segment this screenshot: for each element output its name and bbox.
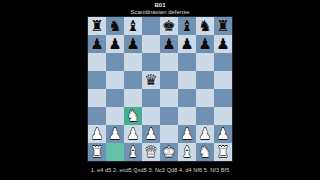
square-c3[interactable]: ♞: [124, 107, 142, 125]
square-f7[interactable]: ♟: [178, 35, 196, 53]
square-f3[interactable]: [178, 107, 196, 125]
piece-black-pawn: ♟: [108, 35, 121, 53]
square-a4[interactable]: [88, 89, 106, 107]
square-f8[interactable]: ♝: [178, 17, 196, 35]
square-a6[interactable]: [88, 53, 106, 71]
piece-black-knight: ♞: [108, 17, 121, 35]
square-c1[interactable]: ♝: [124, 143, 142, 161]
square-a8[interactable]: ♜: [88, 17, 106, 35]
piece-black-pawn: ♟: [216, 35, 229, 53]
square-f1[interactable]: ♝: [178, 143, 196, 161]
square-e5[interactable]: [160, 71, 178, 89]
square-f5[interactable]: [178, 71, 196, 89]
piece-black-rook: ♜: [90, 17, 103, 35]
chess-board[interactable]: ♜♞♝♚♝♞♜♟♟♟♟♟♟♟♛♞♟♟♟♟♟♟♟♜♝♛♚♝♞♜: [88, 17, 232, 161]
square-d7[interactable]: [142, 35, 160, 53]
piece-black-pawn: ♟: [198, 35, 211, 53]
piece-white-rook: ♜: [216, 143, 229, 161]
piece-black-knight: ♞: [198, 17, 211, 35]
square-h2[interactable]: ♟: [214, 125, 232, 143]
square-a1[interactable]: ♜: [88, 143, 106, 161]
piece-white-bishop: ♝: [126, 143, 139, 161]
square-b5[interactable]: [106, 71, 124, 89]
square-f6[interactable]: [178, 53, 196, 71]
square-d8[interactable]: [142, 17, 160, 35]
square-h4[interactable]: [214, 89, 232, 107]
piece-white-pawn: ♟: [126, 125, 139, 143]
square-b6[interactable]: [106, 53, 124, 71]
square-c6[interactable]: [124, 53, 142, 71]
square-e7[interactable]: ♟: [160, 35, 178, 53]
piece-white-pawn: ♟: [180, 125, 193, 143]
square-h1[interactable]: ♜: [214, 143, 232, 161]
piece-black-king: ♚: [162, 17, 175, 35]
piece-black-pawn: ♟: [180, 35, 193, 53]
square-g3[interactable]: [196, 107, 214, 125]
piece-white-pawn: ♟: [144, 125, 157, 143]
square-g1[interactable]: ♞: [196, 143, 214, 161]
piece-white-pawn: ♟: [108, 125, 121, 143]
square-a5[interactable]: [88, 71, 106, 89]
square-e3[interactable]: [160, 107, 178, 125]
square-e4[interactable]: [160, 89, 178, 107]
square-b1[interactable]: [106, 143, 124, 161]
square-g4[interactable]: [196, 89, 214, 107]
square-b3[interactable]: [106, 107, 124, 125]
square-f4[interactable]: [178, 89, 196, 107]
square-h5[interactable]: [214, 71, 232, 89]
piece-white-pawn: ♟: [198, 125, 211, 143]
square-g6[interactable]: [196, 53, 214, 71]
piece-white-pawn: ♟: [216, 125, 229, 143]
square-g5[interactable]: [196, 71, 214, 89]
piece-white-knight: ♞: [198, 143, 211, 161]
square-c8[interactable]: ♝: [124, 17, 142, 35]
piece-black-bishop: ♝: [126, 17, 139, 35]
square-h6[interactable]: [214, 53, 232, 71]
square-c7[interactable]: ♟: [124, 35, 142, 53]
square-e8[interactable]: ♚: [160, 17, 178, 35]
square-f2[interactable]: ♟: [178, 125, 196, 143]
piece-white-rook: ♜: [90, 143, 103, 161]
piece-black-bishop: ♝: [180, 17, 193, 35]
square-h7[interactable]: ♟: [214, 35, 232, 53]
piece-white-queen: ♛: [144, 143, 157, 161]
opening-name: Scandinavian defense: [0, 9, 320, 16]
eco-code: B01: [0, 2, 320, 9]
piece-black-pawn: ♟: [90, 35, 103, 53]
square-b8[interactable]: ♞: [106, 17, 124, 35]
square-d6[interactable]: [142, 53, 160, 71]
square-e6[interactable]: [160, 53, 178, 71]
square-c2[interactable]: ♟: [124, 125, 142, 143]
piece-white-pawn: ♟: [90, 125, 103, 143]
square-b4[interactable]: [106, 89, 124, 107]
piece-white-knight: ♞: [126, 107, 139, 125]
moves-text: 1. e4 d5 2. exd5 Qxd5 3. Nc3 Qd8 4. d4 N…: [0, 167, 320, 173]
piece-black-pawn: ♟: [162, 35, 175, 53]
square-e1[interactable]: ♚: [160, 143, 178, 161]
square-a3[interactable]: [88, 107, 106, 125]
square-d4[interactable]: [142, 89, 160, 107]
square-h3[interactable]: [214, 107, 232, 125]
square-g7[interactable]: ♟: [196, 35, 214, 53]
square-a2[interactable]: ♟: [88, 125, 106, 143]
opening-title: B01 Scandinavian defense: [0, 2, 320, 16]
square-a7[interactable]: ♟: [88, 35, 106, 53]
piece-white-king: ♚: [162, 143, 175, 161]
square-h8[interactable]: ♜: [214, 17, 232, 35]
piece-black-pawn: ♟: [126, 35, 139, 53]
square-c5[interactable]: [124, 71, 142, 89]
piece-black-queen: ♛: [144, 71, 157, 89]
square-d5[interactable]: ♛: [142, 71, 160, 89]
square-g8[interactable]: ♞: [196, 17, 214, 35]
piece-black-rook: ♜: [216, 17, 229, 35]
square-d2[interactable]: ♟: [142, 125, 160, 143]
square-b7[interactable]: ♟: [106, 35, 124, 53]
square-d3[interactable]: [142, 107, 160, 125]
square-d1[interactable]: ♛: [142, 143, 160, 161]
square-c4[interactable]: [124, 89, 142, 107]
piece-white-bishop: ♝: [180, 143, 193, 161]
square-g2[interactable]: ♟: [196, 125, 214, 143]
square-e2[interactable]: [160, 125, 178, 143]
square-b2[interactable]: ♟: [106, 125, 124, 143]
